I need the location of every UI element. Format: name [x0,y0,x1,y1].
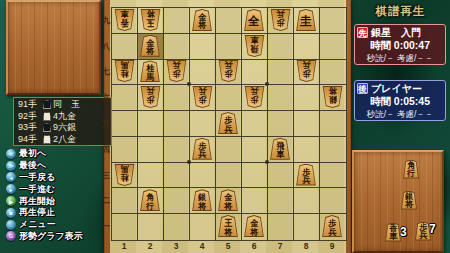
menu-button[interactable]: …メニュー [6,219,116,231]
playback-start-icon: ▶ [6,196,16,206]
first-move-icon: ≪ [6,149,16,159]
gote-badge: 後 [357,83,368,94]
playback-stop-button[interactable]: ■再生停止 [6,207,116,219]
board-square[interactable] [164,34,190,60]
gote-piece-icon [43,135,51,144]
board-square[interactable] [294,34,320,60]
gote-time-label: 時間 [370,95,391,107]
gote-thinking: 考慮/－－ [397,109,433,119]
sente-captured-tray [6,0,101,95]
hoshi-dot [265,160,269,164]
board-square[interactable] [112,34,138,60]
board-square[interactable] [320,34,346,60]
board-square[interactable] [138,137,164,163]
shogi-replay-screen: 91手同 玉92手4九金93手9六銀94手2八金 ≪最初へ≫最後へ◂一手戻る▸一… [0,0,450,253]
rank-label: 三 [101,170,111,181]
rank-label: 一 [101,221,111,232]
board-square[interactable] [294,214,320,240]
board-square[interactable] [320,111,346,137]
move-list: 91手同 玉92手4九金93手9六銀94手2八金 [13,97,112,146]
board-square[interactable] [294,137,320,163]
board-square[interactable] [164,188,190,214]
board-square[interactable] [138,163,164,189]
board-square[interactable] [216,8,242,34]
panel-title: 棋譜再生 [351,4,450,19]
back-one-icon: ◂ [6,172,16,182]
board-square[interactable] [164,214,190,240]
rank-label: 九 [101,15,111,26]
gote-player-box: 後 プレイヤー 時間 0:05:45 秒読/－ 考慮/－－ [354,80,446,121]
board-square[interactable] [190,111,216,137]
board-square[interactable] [294,188,320,214]
board-square[interactable] [268,111,294,137]
sente-piece-icon [43,100,51,109]
board-square[interactable] [268,34,294,60]
board-square[interactable] [268,85,294,111]
move-text: 2八金 [53,133,76,146]
file-label: 8 [299,241,313,251]
file-label: 1 [117,241,131,251]
board-square[interactable] [268,214,294,240]
board-square[interactable] [164,137,190,163]
playback-stop-icon: ■ [6,208,16,218]
board-square[interactable] [112,111,138,137]
sente-time-label: 時間 [370,39,391,51]
sente-thinking: 考慮/－－ [397,53,433,63]
graph-toggle-button[interactable]: G形勢グラフ表示 [6,231,116,243]
rank-label: 六 [101,92,111,103]
board-square[interactable] [320,188,346,214]
board-square[interactable] [190,163,216,189]
board-square[interactable] [216,137,242,163]
sente-player-name: 銀星 入門 [371,26,421,40]
board-square[interactable] [320,60,346,86]
board-square[interactable] [294,85,320,111]
board-square[interactable] [268,163,294,189]
file-label: 5 [221,241,235,251]
board-square[interactable] [216,85,242,111]
back-one-button[interactable]: ◂一手戻る [6,172,116,184]
board-square[interactable] [112,85,138,111]
file-label: 4 [195,241,209,251]
board-square[interactable] [190,34,216,60]
rank-label: 四 [101,144,111,155]
board-square[interactable] [164,8,190,34]
board-square[interactable] [190,60,216,86]
rank-label: 八 [101,41,111,52]
board-square[interactable] [320,137,346,163]
gote-time-value: 0:05:45 [394,95,430,107]
board-square[interactable] [242,60,268,86]
board-square[interactable] [268,188,294,214]
board-square[interactable] [320,163,346,189]
gote-piece-icon [43,112,51,121]
sente-piece-icon [43,123,51,132]
sente-player-box: 先 銀星 入門 時間 0:00:47 秒読/－ 考慮/－－ [354,24,446,65]
last-move-button[interactable]: ≫最後へ [6,160,116,172]
forward-one-icon: ▸ [6,184,16,194]
file-label: 3 [169,241,183,251]
board-square[interactable] [164,163,190,189]
gote-player-name: プレイヤー [371,82,422,96]
menu-icon: … [6,220,16,230]
board-square[interactable] [268,60,294,86]
menu-label: 形勢グラフ表示 [19,230,83,243]
board-square[interactable] [242,111,268,137]
board-square[interactable] [242,163,268,189]
board-square[interactable] [138,111,164,137]
board-square[interactable] [138,214,164,240]
hoshi-dot [187,160,191,164]
file-label: 9 [325,241,339,251]
hand-count: 3 [400,225,407,239]
file-label: 6 [247,241,261,251]
board-square[interactable] [242,188,268,214]
graph-toggle-icon: G [6,231,16,241]
forward-one-button[interactable]: ▸一手進む [6,183,116,195]
file-label: 7 [273,241,287,251]
file-label: 2 [143,241,157,251]
move-list-row[interactable]: 94手2八金 [18,134,111,146]
board-square[interactable] [190,214,216,240]
board-square[interactable] [320,8,346,34]
first-move-button[interactable]: ≪最初へ [6,148,116,160]
sente-badge: 先 [357,27,368,38]
board-square[interactable] [242,137,268,163]
board-square[interactable] [164,111,190,137]
gote-byoyomi: 秒読/－ [367,109,395,119]
playback-menu: ≪最初へ≫最後へ◂一手戻る▸一手進む▶再生開始■再生停止…メニューG形勢グラフ表… [6,148,116,242]
board-square[interactable] [216,34,242,60]
last-move-icon: ≫ [6,161,16,171]
hand-count: 7 [429,222,436,236]
rank-label: 七 [101,66,111,77]
sente-time-value: 0:00:47 [394,39,430,51]
playback-start-button[interactable]: ▶再生開始 [6,195,116,207]
board-square[interactable] [294,111,320,137]
rank-label: 五 [101,118,111,129]
move-number: 94手 [18,133,42,146]
board-square[interactable] [216,163,242,189]
board-square[interactable] [164,85,190,111]
sente-byoyomi: 秒読/－ [367,53,395,63]
rank-label: 二 [101,195,111,206]
